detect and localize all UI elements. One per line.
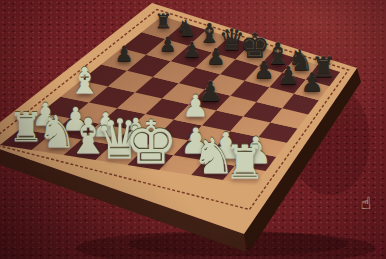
piece-white-P-e4[interactable]: ♟ [182, 92, 209, 122]
piece-black-P-f7[interactable]: ♟ [253, 58, 274, 82]
piece-black-P-h7[interactable]: ♟ [300, 70, 323, 96]
piece-black-P-a6[interactable]: ♟ [115, 43, 134, 64]
game-screen: ♜♞♝♛♟♚♟♟♝♟♞♜♟♟♟♝♟♟♟♟♟♜♟♞♝♟♛♟♚♟♞♜ ☝ [0, 0, 386, 259]
piece-white-R-h1[interactable]: ♜ [224, 139, 266, 185]
piece-black-P-g7[interactable]: ♟ [277, 64, 299, 89]
piece-white-B-a4[interactable]: ♝ [68, 63, 100, 99]
hand-cursor: ☝ [361, 193, 371, 213]
piece-black-P-b7[interactable]: ♟ [159, 35, 177, 55]
piece-black-P-c7[interactable]: ♟ [182, 40, 201, 61]
piece-black-P-d7[interactable]: ♟ [206, 46, 226, 68]
piece-black-R-a8[interactable]: ♜ [155, 12, 173, 32]
piece-black-N-b8[interactable]: ♞ [176, 17, 196, 40]
piece-white-K-e1[interactable]: ♚ [124, 113, 178, 173]
